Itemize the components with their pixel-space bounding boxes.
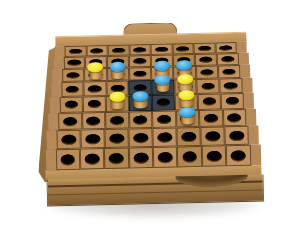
peg-hole <box>133 152 148 163</box>
cell-r3c1[interactable] <box>62 69 85 83</box>
cell-r6c6[interactable] <box>176 109 200 127</box>
peg-yellow[interactable] <box>109 91 126 108</box>
cell-r6c8[interactable] <box>222 108 246 126</box>
peg-hole <box>68 60 81 66</box>
peg-hole <box>133 71 147 78</box>
peg-hole <box>85 153 100 164</box>
cell-r7c2[interactable] <box>80 129 104 149</box>
peg-yellow[interactable] <box>178 90 195 107</box>
cell-r6c2[interactable] <box>82 112 106 130</box>
peg-hole <box>109 153 124 164</box>
peg-hole <box>182 151 197 162</box>
peg-hole <box>61 134 76 145</box>
peg-hole <box>86 116 100 126</box>
peg-hole <box>87 100 101 109</box>
cell-r2c1[interactable] <box>63 57 85 69</box>
cell-r7c4[interactable] <box>128 128 152 148</box>
peg-hole <box>155 47 168 53</box>
peg-hole <box>85 134 100 145</box>
peg-hole <box>231 150 246 161</box>
cell-r8c3[interactable] <box>104 148 129 169</box>
cell-r5c7[interactable] <box>198 93 221 110</box>
peg-hole <box>199 57 212 63</box>
cell-r1c4[interactable] <box>129 44 151 55</box>
cell-r6c4[interactable] <box>129 110 153 128</box>
peg-hole <box>176 46 189 52</box>
cell-r1c5[interactable] <box>151 44 173 55</box>
cell-r8c2[interactable] <box>80 148 105 169</box>
cell-r5c5[interactable] <box>152 94 175 111</box>
peg-hole <box>69 49 82 55</box>
base-seam <box>48 190 263 196</box>
cell-r8c8[interactable] <box>226 145 251 166</box>
cell-r7c5[interactable] <box>152 127 176 147</box>
cell-r2c7[interactable] <box>194 54 216 66</box>
cell-r3c7[interactable] <box>196 65 219 79</box>
peg-hole <box>204 113 218 123</box>
peg-hole <box>181 132 196 143</box>
cell-r3c8[interactable] <box>218 65 241 79</box>
cell-r5c1[interactable] <box>60 96 83 113</box>
product-photo-wooden-othello <box>0 0 302 240</box>
cell-r4c1[interactable] <box>61 82 84 97</box>
peg-hole <box>88 85 102 93</box>
peg-hole <box>133 115 147 125</box>
peg-hole <box>221 56 234 62</box>
cell-r4c2[interactable] <box>83 81 106 96</box>
cell-r6c5[interactable] <box>152 110 176 128</box>
cell-r3c4[interactable] <box>129 67 152 81</box>
cell-r1c7[interactable] <box>193 43 215 54</box>
peg-hole <box>60 154 75 165</box>
peg-hole <box>65 85 79 93</box>
cell-r7c6[interactable] <box>176 127 200 147</box>
cell-r1c1[interactable] <box>65 45 87 56</box>
cell-r5c4[interactable] <box>129 95 152 112</box>
peg-hole <box>201 82 215 90</box>
peg-hole <box>63 117 77 127</box>
cell-r8c5[interactable] <box>153 146 178 167</box>
peg-hole <box>64 100 78 109</box>
cell-r7c3[interactable] <box>104 129 128 149</box>
peg-hole <box>225 97 239 106</box>
cell-r6c1[interactable] <box>58 112 82 130</box>
peg-hole <box>157 114 171 124</box>
peg-hole <box>90 48 103 54</box>
peg-hole <box>112 48 125 54</box>
peg-hole <box>67 72 81 79</box>
cell-r7c7[interactable] <box>200 126 224 146</box>
cell-r1c3[interactable] <box>108 45 130 56</box>
cell-r4c8[interactable] <box>219 78 242 93</box>
cell-r8c7[interactable] <box>202 145 227 166</box>
cell-r7c8[interactable] <box>224 126 248 146</box>
cell-r6c7[interactable] <box>199 109 223 127</box>
peg-hole <box>205 131 220 142</box>
cell-r1c6[interactable] <box>172 43 194 54</box>
peg-hole <box>133 133 148 144</box>
box-front-face <box>47 174 265 206</box>
peg-hole <box>229 131 244 142</box>
cell-r2c4[interactable] <box>129 55 151 67</box>
cell-r1c8[interactable] <box>215 42 237 53</box>
peg-hole <box>110 116 124 126</box>
cell-r2c8[interactable] <box>216 53 238 65</box>
cell-r5c3[interactable] <box>106 95 129 112</box>
cell-r6c3[interactable] <box>105 111 129 129</box>
wooden-game-box <box>0 0 302 240</box>
cell-r7c1[interactable] <box>56 130 80 150</box>
peg-hole <box>133 58 146 64</box>
peg-hole <box>198 46 211 52</box>
peg-hole <box>227 113 241 123</box>
peg-hole <box>202 97 216 106</box>
lid-handle-notch-icon <box>175 174 247 187</box>
peg-blue[interactable] <box>132 91 149 108</box>
peg-hole <box>133 47 146 53</box>
board <box>40 32 263 181</box>
peg-blue[interactable] <box>154 75 170 92</box>
peg-blue[interactable] <box>179 107 196 124</box>
peg-yellow[interactable] <box>87 62 103 79</box>
cell-r1c2[interactable] <box>86 45 108 56</box>
peg-hole <box>156 98 170 107</box>
peg-blue[interactable] <box>110 61 126 78</box>
cell-r3c3[interactable] <box>107 68 130 82</box>
peg-hole <box>109 133 124 144</box>
peg-hole <box>200 69 214 76</box>
cell-r4c7[interactable] <box>197 78 220 93</box>
peg-hole <box>157 132 172 143</box>
cell-r5c2[interactable] <box>83 96 106 113</box>
cell-r8c1[interactable] <box>55 149 80 170</box>
cell-r8c6[interactable] <box>177 146 202 167</box>
peg-yellow[interactable] <box>177 74 193 91</box>
peg-hole <box>206 151 221 162</box>
cell-r3c2[interactable] <box>84 68 107 82</box>
peg-hole <box>224 82 238 90</box>
cell-r4c5[interactable] <box>151 79 174 94</box>
peg-hole <box>222 69 236 76</box>
cell-r5c8[interactable] <box>221 92 244 109</box>
peg-hole <box>219 45 232 51</box>
peg-hole <box>158 152 173 163</box>
cell-r8c4[interactable] <box>128 147 153 168</box>
